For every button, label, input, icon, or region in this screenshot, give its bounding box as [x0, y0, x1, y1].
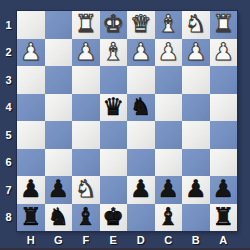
rank-label-3: 3	[0, 66, 17, 94]
black-pawn-icon: ♟	[185, 176, 207, 203]
square-f6[interactable]	[72, 149, 100, 177]
black-pawn-icon: ♟	[20, 176, 42, 203]
square-g4[interactable]	[45, 94, 73, 122]
square-b4[interactable]	[182, 94, 210, 122]
square-f4[interactable]	[72, 94, 100, 122]
square-f8[interactable]: ♝	[72, 204, 100, 232]
square-h6[interactable]	[17, 149, 45, 177]
square-a7[interactable]: ♟	[210, 176, 238, 204]
square-e3[interactable]	[100, 66, 128, 94]
square-e8[interactable]: ♚	[100, 204, 128, 232]
square-e7[interactable]	[100, 176, 128, 204]
square-e6[interactable]	[100, 149, 128, 177]
square-e1[interactable]: ♚	[100, 11, 128, 39]
white-knight-icon: ♞	[75, 176, 97, 203]
square-c2[interactable]: ♟	[155, 39, 183, 67]
square-c8[interactable]: ♝	[155, 204, 183, 232]
square-g5[interactable]	[45, 121, 73, 149]
black-knight-icon: ♞	[47, 204, 69, 231]
square-a4[interactable]	[210, 94, 238, 122]
square-c4[interactable]	[155, 94, 183, 122]
white-pawn-icon: ♟	[75, 39, 97, 66]
chess-board: ♜♚♛♝♞♜♟♟♝♟♟♟♟♛♞♟♟♞♟♟♟♟♜♞♝♚♝♜	[17, 11, 237, 231]
rank-label-2: 2	[0, 39, 17, 67]
square-d8[interactable]	[127, 204, 155, 232]
square-c5[interactable]	[155, 121, 183, 149]
black-pawn-icon: ♟	[212, 176, 234, 203]
file-labels: H G F E D C B A	[17, 231, 237, 248]
black-bishop-icon: ♝	[75, 204, 97, 231]
rank-labels: 1 2 3 4 5 6 7 8	[0, 11, 17, 231]
square-b8[interactable]	[182, 204, 210, 232]
square-f3[interactable]	[72, 66, 100, 94]
rank-label-1: 1	[0, 11, 17, 39]
square-d3[interactable]	[127, 66, 155, 94]
white-bishop-icon: ♝	[157, 11, 179, 38]
square-a5[interactable]	[210, 121, 238, 149]
square-c1[interactable]: ♝	[155, 11, 183, 39]
square-h4[interactable]	[17, 94, 45, 122]
white-pawn-icon: ♟	[20, 39, 42, 66]
file-label-b: B	[182, 231, 210, 248]
black-rook-icon: ♜	[20, 204, 42, 231]
square-a3[interactable]	[210, 66, 238, 94]
white-king-icon: ♚	[102, 11, 124, 38]
rank-label-4: 4	[0, 94, 17, 122]
white-rook-icon: ♜	[75, 11, 97, 38]
white-pawn-icon: ♟	[157, 39, 179, 66]
square-f2[interactable]: ♟	[72, 39, 100, 67]
square-h3[interactable]	[17, 66, 45, 94]
white-pawn-icon: ♟	[130, 39, 152, 66]
square-h1[interactable]	[17, 11, 45, 39]
square-b2[interactable]: ♟	[182, 39, 210, 67]
square-h5[interactable]	[17, 121, 45, 149]
square-g6[interactable]	[45, 149, 73, 177]
square-b7[interactable]: ♟	[182, 176, 210, 204]
square-g3[interactable]	[45, 66, 73, 94]
white-bishop-icon: ♝	[102, 39, 124, 66]
square-g7[interactable]: ♟	[45, 176, 73, 204]
white-rook-icon: ♜	[212, 11, 234, 38]
square-d2[interactable]: ♟	[127, 39, 155, 67]
black-pawn-icon: ♟	[157, 176, 179, 203]
square-a6[interactable]	[210, 149, 238, 177]
square-e2[interactable]: ♝	[100, 39, 128, 67]
square-d6[interactable]	[127, 149, 155, 177]
square-b6[interactable]	[182, 149, 210, 177]
black-king-icon: ♚	[102, 204, 124, 231]
white-queen-icon: ♛	[130, 11, 152, 38]
square-c7[interactable]: ♟	[155, 176, 183, 204]
file-label-f: F	[72, 231, 100, 248]
square-g1[interactable]	[45, 11, 73, 39]
square-b3[interactable]	[182, 66, 210, 94]
square-d4[interactable]: ♞	[127, 94, 155, 122]
square-e5[interactable]	[100, 121, 128, 149]
white-pawn-icon: ♟	[212, 39, 234, 66]
chess-diagram: 1 2 3 4 5 6 7 8 ♜♚♛♝♞♜♟♟♝♟♟♟♟♛♞♟♟♞♟♟♟♟♜♞…	[0, 0, 250, 250]
square-a8[interactable]: ♜	[210, 204, 238, 232]
file-label-g: G	[45, 231, 73, 248]
black-queen-icon: ♛	[102, 94, 124, 121]
black-pawn-icon: ♟	[130, 176, 152, 203]
square-c6[interactable]	[155, 149, 183, 177]
file-label-c: C	[155, 231, 183, 248]
square-a2[interactable]: ♟	[210, 39, 238, 67]
square-b1[interactable]: ♞	[182, 11, 210, 39]
square-g8[interactable]: ♞	[45, 204, 73, 232]
rank-label-6: 6	[0, 149, 17, 177]
black-pawn-icon: ♟	[47, 176, 69, 203]
square-d1[interactable]: ♛	[127, 11, 155, 39]
square-b5[interactable]	[182, 121, 210, 149]
square-h8[interactable]: ♜	[17, 204, 45, 232]
square-g2[interactable]	[45, 39, 73, 67]
square-a1[interactable]: ♜	[210, 11, 238, 39]
file-label-a: A	[210, 231, 238, 248]
square-c3[interactable]	[155, 66, 183, 94]
square-f1[interactable]: ♜	[72, 11, 100, 39]
square-f7[interactable]: ♞	[72, 176, 100, 204]
square-e4[interactable]: ♛	[100, 94, 128, 122]
square-d7[interactable]: ♟	[127, 176, 155, 204]
rank-label-7: 7	[0, 176, 17, 204]
rank-label-5: 5	[0, 121, 17, 149]
file-label-d: D	[127, 231, 155, 248]
square-h2[interactable]: ♟	[17, 39, 45, 67]
square-f5[interactable]	[72, 121, 100, 149]
black-knight-icon: ♞	[130, 94, 152, 121]
file-label-h: H	[17, 231, 45, 248]
black-bishop-icon: ♝	[157, 204, 179, 231]
white-knight-icon: ♞	[185, 11, 207, 38]
rank-label-8: 8	[0, 204, 17, 232]
square-h7[interactable]: ♟	[17, 176, 45, 204]
black-rook-icon: ♜	[212, 204, 234, 231]
white-pawn-icon: ♟	[185, 39, 207, 66]
file-label-e: E	[100, 231, 128, 248]
square-d5[interactable]	[127, 121, 155, 149]
